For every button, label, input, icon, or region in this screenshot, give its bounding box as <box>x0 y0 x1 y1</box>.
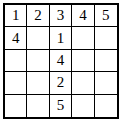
puzzle-board-wrapper: 1 2 3 4 5 4 1 4 2 5 <box>0 0 122 122</box>
cell-r5c2[interactable] <box>27 95 49 117</box>
cell-r5c1[interactable] <box>5 95 27 117</box>
cell-r4c2[interactable] <box>27 72 49 94</box>
cell-r2c4[interactable] <box>72 27 94 49</box>
cell-r4c5[interactable] <box>95 72 117 94</box>
cell-r3c3[interactable]: 4 <box>50 50 72 72</box>
cell-r5c4[interactable] <box>72 95 94 117</box>
cell-r1c5[interactable]: 5 <box>95 5 117 27</box>
cell-r3c5[interactable] <box>95 50 117 72</box>
cell-r4c1[interactable] <box>5 72 27 94</box>
cell-r2c2[interactable] <box>27 27 49 49</box>
cell-r4c3[interactable]: 2 <box>50 72 72 94</box>
cell-r5c3[interactable]: 5 <box>50 95 72 117</box>
cell-r3c4[interactable] <box>72 50 94 72</box>
cell-r4c4[interactable] <box>72 72 94 94</box>
cell-r2c3[interactable]: 1 <box>50 27 72 49</box>
cell-r3c1[interactable] <box>5 50 27 72</box>
cell-r1c4[interactable]: 4 <box>72 5 94 27</box>
cell-r3c2[interactable] <box>27 50 49 72</box>
cell-r2c5[interactable] <box>95 27 117 49</box>
cell-r1c3[interactable]: 3 <box>50 5 72 27</box>
cell-r2c1[interactable]: 4 <box>5 27 27 49</box>
cell-r1c1[interactable]: 1 <box>5 5 27 27</box>
cell-r5c5[interactable] <box>95 95 117 117</box>
cell-r1c2[interactable]: 2 <box>27 5 49 27</box>
puzzle-grid: 1 2 3 4 5 4 1 4 2 5 <box>3 3 119 119</box>
